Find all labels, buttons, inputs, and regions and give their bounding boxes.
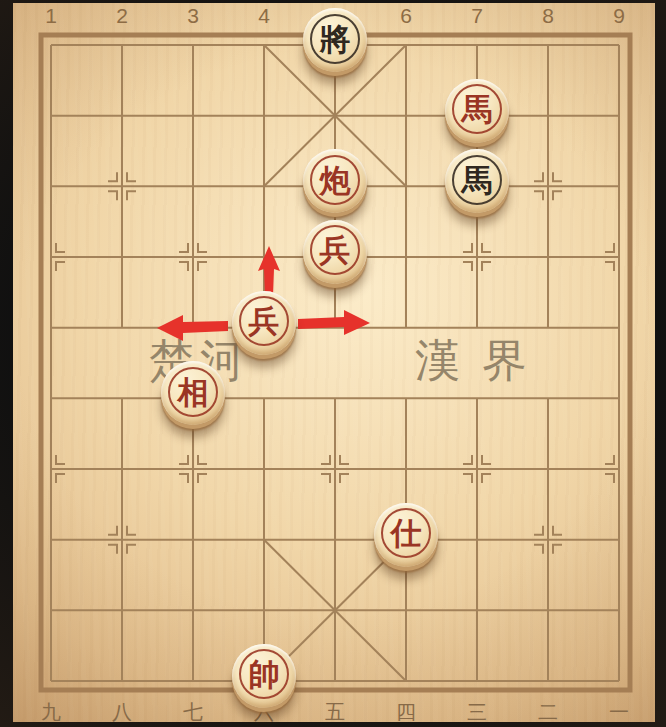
board-point-c9r7[interactable] [584, 434, 655, 505]
board-point-c7r1[interactable] [442, 10, 513, 81]
board-point-c1r3[interactable] [16, 151, 87, 222]
red-advisor[interactable]: 仕 [374, 503, 438, 567]
piece-glyph: 相 [178, 377, 209, 408]
black-horse[interactable]: 馬 [445, 149, 509, 213]
board-point-c2r3[interactable] [87, 151, 158, 222]
board-point-c4r2[interactable] [229, 80, 300, 151]
board-point-c9r8[interactable] [584, 504, 655, 575]
board-point-c8r8[interactable] [513, 504, 584, 575]
board-point-c1r1[interactable] [16, 10, 87, 81]
red-general[interactable]: 帥 [232, 644, 296, 708]
piece-glyph: 馬 [462, 165, 493, 196]
board-point-c2r10[interactable] [87, 646, 158, 717]
board-point-c4r4[interactable] [229, 222, 300, 293]
board-point-c5r2[interactable] [300, 80, 371, 151]
piece-glyph: 馬 [462, 94, 493, 125]
piece-glyph: 炮 [320, 165, 351, 196]
red-elephant[interactable]: 相 [161, 361, 225, 425]
board-point-c8r10[interactable] [513, 646, 584, 717]
board-point-c1r7[interactable] [16, 434, 87, 505]
board-point-c9r9[interactable] [584, 575, 655, 646]
board-point-c2r4[interactable] [87, 222, 158, 293]
piece-glyph: 兵 [249, 306, 280, 337]
board-point-c6r7[interactable] [371, 434, 442, 505]
board-point-c8r4[interactable] [513, 222, 584, 293]
board-point-c3r2[interactable] [158, 80, 229, 151]
red-soldier-selected[interactable]: 兵 [232, 291, 296, 355]
board-point-c6r2[interactable] [371, 80, 442, 151]
board-point-c2r7[interactable] [87, 434, 158, 505]
board-point-c3r8[interactable] [158, 504, 229, 575]
board-point-c7r3[interactable]: 馬 [442, 151, 513, 222]
board-point-c6r1[interactable] [371, 10, 442, 81]
board-point-c4r9[interactable] [229, 575, 300, 646]
board-point-c9r4[interactable] [584, 222, 655, 293]
board-point-c6r3[interactable] [371, 151, 442, 222]
board-point-c4r6[interactable] [229, 363, 300, 434]
board-point-c2r1[interactable] [87, 10, 158, 81]
board-point-c4r8[interactable] [229, 504, 300, 575]
xiangqi-screen: 楚河 漢界 123456789 九八七六五四三二一 將馬炮馬兵兵相仕帥 [0, 0, 666, 727]
board-point-c5r8[interactable] [300, 504, 371, 575]
board-point-c9r10[interactable] [584, 646, 655, 717]
board-point-c1r2[interactable] [16, 80, 87, 151]
red-cannon[interactable]: 炮 [303, 149, 367, 213]
board-point-c1r5[interactable] [16, 292, 87, 363]
board-point-c5r9[interactable] [300, 575, 371, 646]
piece-glyph: 將 [320, 24, 351, 55]
board-point-c3r5[interactable] [158, 292, 229, 363]
board-point-c5r4[interactable]: 兵 [300, 222, 371, 293]
board-point-c6r5[interactable] [371, 292, 442, 363]
board-point-c7r7[interactable] [442, 434, 513, 505]
piece-glyph: 兵 [320, 235, 351, 266]
board-point-c7r4[interactable] [442, 222, 513, 293]
board-point-c9r3[interactable] [584, 151, 655, 222]
board-point-c8r2[interactable] [513, 80, 584, 151]
board-point-c3r9[interactable] [158, 575, 229, 646]
board-point-c6r8[interactable]: 仕 [371, 504, 442, 575]
board-point-c7r6[interactable] [442, 363, 513, 434]
board-point-c2r2[interactable] [87, 80, 158, 151]
black-general[interactable]: 將 [303, 8, 367, 72]
board-point-c6r10[interactable] [371, 646, 442, 717]
board-point-c8r1[interactable] [513, 10, 584, 81]
board-point-c6r4[interactable] [371, 222, 442, 293]
board-point-c4r10[interactable]: 帥 [229, 646, 300, 717]
board-point-c8r5[interactable] [513, 292, 584, 363]
board-point-c3r6[interactable]: 相 [158, 363, 229, 434]
board-points-grid: 將馬炮馬兵兵相仕帥 [16, 10, 655, 717]
board-point-c9r1[interactable] [584, 10, 655, 81]
board-point-c3r10[interactable] [158, 646, 229, 717]
board-point-c7r9[interactable] [442, 575, 513, 646]
board-point-c4r7[interactable] [229, 434, 300, 505]
board-point-c5r3[interactable]: 炮 [300, 151, 371, 222]
board-point-c5r5[interactable] [300, 292, 371, 363]
board-point-c2r8[interactable] [87, 504, 158, 575]
board-point-c5r7[interactable] [300, 434, 371, 505]
board-point-c1r8[interactable] [16, 504, 87, 575]
board-point-c1r6[interactable] [16, 363, 87, 434]
board-point-c5r6[interactable] [300, 363, 371, 434]
board-point-c4r3[interactable] [229, 151, 300, 222]
red-soldier[interactable]: 兵 [303, 220, 367, 284]
board-point-c6r6[interactable] [371, 363, 442, 434]
board-point-c3r3[interactable] [158, 151, 229, 222]
board-point-c9r6[interactable] [584, 363, 655, 434]
board-point-c8r6[interactable] [513, 363, 584, 434]
board-point-c7r10[interactable] [442, 646, 513, 717]
board-point-c8r7[interactable] [513, 434, 584, 505]
board-point-c6r9[interactable] [371, 575, 442, 646]
board-point-c3r1[interactable] [158, 10, 229, 81]
board-point-c3r4[interactable] [158, 222, 229, 293]
board-point-c7r5[interactable] [442, 292, 513, 363]
board-point-c9r2[interactable] [584, 80, 655, 151]
board-point-c7r8[interactable] [442, 504, 513, 575]
board-point-c2r9[interactable] [87, 575, 158, 646]
board-point-c8r9[interactable] [513, 575, 584, 646]
piece-glyph: 仕 [391, 518, 422, 549]
red-horse[interactable]: 馬 [445, 79, 509, 143]
board-point-c5r10[interactable] [300, 646, 371, 717]
board-point-c4r5[interactable]: 兵 [229, 292, 300, 363]
piece-glyph: 帥 [249, 659, 280, 690]
board-point-c2r6[interactable] [87, 363, 158, 434]
board-point-c4r1[interactable] [229, 10, 300, 81]
board-point-c5r1[interactable]: 將 [300, 10, 371, 81]
board-point-c9r5[interactable] [584, 292, 655, 363]
board-point-c2r5[interactable] [87, 292, 158, 363]
board-point-c1r10[interactable] [16, 646, 87, 717]
board-point-c3r7[interactable] [158, 434, 229, 505]
board-point-c8r3[interactable] [513, 151, 584, 222]
board-point-c1r4[interactable] [16, 222, 87, 293]
board-point-c1r9[interactable] [16, 575, 87, 646]
board-point-c7r2[interactable]: 馬 [442, 80, 513, 151]
